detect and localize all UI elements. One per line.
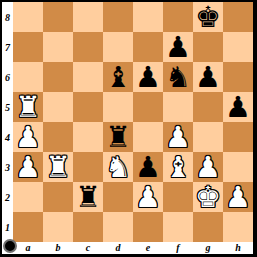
square-c5[interactable] — [73, 92, 103, 122]
square-e2[interactable]: ♟ — [133, 182, 163, 212]
square-b5[interactable] — [43, 92, 73, 122]
square-g7[interactable] — [193, 32, 223, 62]
square-g3[interactable]: ♟ — [193, 152, 223, 182]
square-d6[interactable]: ♝ — [103, 62, 133, 92]
square-e5[interactable] — [133, 92, 163, 122]
square-h2[interactable]: ♟ — [223, 182, 253, 212]
rank-label-8: 8 — [2, 2, 13, 32]
square-d4[interactable]: ♜ — [103, 122, 133, 152]
black-bishop[interactable]: ♝ — [105, 62, 131, 92]
square-c7[interactable] — [73, 32, 103, 62]
square-h3[interactable] — [223, 152, 253, 182]
white-knight[interactable]: ♞ — [105, 152, 131, 182]
rank-label-3: 3 — [2, 152, 13, 182]
file-label-h: h — [223, 242, 253, 254]
square-d5[interactable] — [103, 92, 133, 122]
square-b4[interactable] — [43, 122, 73, 152]
square-g1[interactable] — [193, 212, 223, 242]
file-label-b: b — [43, 242, 73, 254]
square-g6[interactable]: ♟ — [193, 62, 223, 92]
file-labels: abcdefgh — [2, 242, 253, 254]
black-pawn[interactable]: ♟ — [225, 92, 251, 122]
square-f7[interactable]: ♟ — [163, 32, 193, 62]
white-pawn[interactable]: ♟ — [165, 122, 191, 152]
file-label-a: a — [13, 242, 43, 254]
square-c4[interactable] — [73, 122, 103, 152]
rank-label-6: 6 — [2, 62, 13, 92]
square-f6[interactable]: ♞ — [163, 62, 193, 92]
square-h6[interactable] — [223, 62, 253, 92]
chess-board: ♚♟♝♟♞♟♜♟♟♜♟♟♜♞♟♝♟♜♟♚♟ — [13, 2, 253, 242]
square-f5[interactable] — [163, 92, 193, 122]
white-rook[interactable]: ♜ — [15, 92, 41, 122]
square-b1[interactable] — [43, 212, 73, 242]
square-f2[interactable] — [163, 182, 193, 212]
square-d1[interactable] — [103, 212, 133, 242]
square-d3[interactable]: ♞ — [103, 152, 133, 182]
square-a1[interactable] — [13, 212, 43, 242]
white-pawn[interactable]: ♟ — [195, 152, 221, 182]
white-pawn[interactable]: ♟ — [15, 122, 41, 152]
square-f8[interactable] — [163, 2, 193, 32]
file-label-d: d — [103, 242, 133, 254]
black-rook[interactable]: ♜ — [105, 122, 131, 152]
rank-label-5: 5 — [2, 92, 13, 122]
rank-label-7: 7 — [2, 32, 13, 62]
black-pawn[interactable]: ♟ — [135, 62, 161, 92]
square-c8[interactable] — [73, 2, 103, 32]
white-pawn[interactable]: ♟ — [225, 182, 251, 212]
square-c3[interactable] — [73, 152, 103, 182]
square-b7[interactable] — [43, 32, 73, 62]
white-bishop[interactable]: ♝ — [165, 152, 191, 182]
square-h8[interactable] — [223, 2, 253, 32]
square-e3[interactable]: ♟ — [133, 152, 163, 182]
square-g8[interactable]: ♚ — [193, 2, 223, 32]
square-a4[interactable]: ♟ — [13, 122, 43, 152]
square-d8[interactable] — [103, 2, 133, 32]
square-b8[interactable] — [43, 2, 73, 32]
white-pawn[interactable]: ♟ — [15, 152, 41, 182]
square-f4[interactable]: ♟ — [163, 122, 193, 152]
square-f1[interactable] — [163, 212, 193, 242]
white-king[interactable]: ♚ — [195, 182, 221, 212]
square-a8[interactable] — [13, 2, 43, 32]
square-h1[interactable] — [223, 212, 253, 242]
square-e7[interactable] — [133, 32, 163, 62]
rank-label-2: 2 — [2, 182, 13, 212]
square-c2[interactable]: ♜ — [73, 182, 103, 212]
square-b3[interactable]: ♜ — [43, 152, 73, 182]
square-b6[interactable] — [43, 62, 73, 92]
black-pawn[interactable]: ♟ — [135, 152, 161, 182]
rank-labels: 87654321 — [2, 2, 13, 242]
square-h4[interactable] — [223, 122, 253, 152]
file-label-c: c — [73, 242, 103, 254]
square-a3[interactable]: ♟ — [13, 152, 43, 182]
file-label-f: f — [163, 242, 193, 254]
square-a6[interactable] — [13, 62, 43, 92]
square-e8[interactable] — [133, 2, 163, 32]
square-f3[interactable]: ♝ — [163, 152, 193, 182]
rank-label-1: 1 — [2, 212, 13, 242]
square-c1[interactable] — [73, 212, 103, 242]
white-pawn[interactable]: ♟ — [135, 182, 161, 212]
file-label-g: g — [193, 242, 223, 254]
black-rook[interactable]: ♜ — [75, 182, 101, 212]
square-e1[interactable] — [133, 212, 163, 242]
square-g2[interactable]: ♚ — [193, 182, 223, 212]
square-b2[interactable] — [43, 182, 73, 212]
file-label-e: e — [133, 242, 163, 254]
square-h5[interactable]: ♟ — [223, 92, 253, 122]
square-d7[interactable] — [103, 32, 133, 62]
square-e6[interactable]: ♟ — [133, 62, 163, 92]
square-g5[interactable] — [193, 92, 223, 122]
white-rook[interactable]: ♜ — [45, 152, 71, 182]
square-a5[interactable]: ♜ — [13, 92, 43, 122]
square-e4[interactable] — [133, 122, 163, 152]
square-a2[interactable] — [13, 182, 43, 212]
square-c6[interactable] — [73, 62, 103, 92]
square-d2[interactable] — [103, 182, 133, 212]
square-h7[interactable] — [223, 32, 253, 62]
black-pawn[interactable]: ♟ — [195, 62, 221, 92]
black-king[interactable]: ♚ — [195, 2, 221, 32]
side-to-move-indicator — [3, 239, 17, 253]
square-a7[interactable] — [13, 32, 43, 62]
black-knight[interactable]: ♞ — [165, 62, 191, 92]
black-pawn[interactable]: ♟ — [165, 32, 191, 62]
rank-label-4: 4 — [2, 122, 13, 152]
square-g4[interactable] — [193, 122, 223, 152]
chess-board-frame: 87654321 ♚♟♝♟♞♟♜♟♟♜♟♟♜♞♟♝♟♜♟♚♟ abcdefgh — [0, 0, 257, 257]
